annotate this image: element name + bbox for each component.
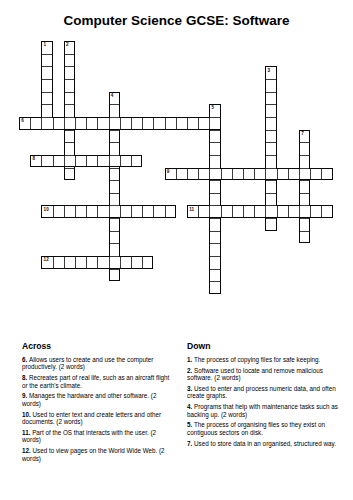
cell-r5-c22[interactable] bbox=[265, 104, 276, 117]
clue-number-label: 2. bbox=[187, 367, 194, 374]
clue-2: 2. Software used to locate and remove ma… bbox=[187, 367, 345, 382]
cell-r9-c2[interactable] bbox=[41, 155, 52, 168]
clue-number-12: 12 bbox=[44, 258, 49, 263]
clue-number-label: 3. bbox=[187, 385, 194, 392]
cell-r10-c15[interactable] bbox=[187, 168, 198, 181]
cell-r13-c8[interactable] bbox=[109, 205, 120, 218]
cell-r13-c4[interactable] bbox=[64, 205, 75, 218]
cell-r6-c4[interactable] bbox=[64, 117, 75, 130]
cell-r6-c12[interactable] bbox=[153, 117, 164, 130]
clue-number-label: 9. bbox=[22, 392, 29, 399]
cell-r11-c8[interactable] bbox=[109, 180, 120, 193]
clue-number-9: 9 bbox=[167, 170, 170, 175]
cell-r13-c3[interactable] bbox=[53, 205, 64, 218]
cell-r6-c13[interactable] bbox=[165, 117, 176, 130]
cell-r10-c14[interactable] bbox=[176, 168, 187, 181]
cell-r13-c26[interactable] bbox=[310, 205, 321, 218]
cell-r16-c17[interactable] bbox=[209, 243, 220, 256]
clue-number-label: 11. bbox=[22, 429, 32, 436]
cell-r10-c16[interactable] bbox=[198, 168, 209, 181]
clue-number-8: 8 bbox=[32, 157, 35, 162]
clue-10: 10. Used to enter text and create letter… bbox=[22, 411, 175, 426]
cell-r10-c17[interactable] bbox=[209, 168, 220, 181]
cell-r6-c7[interactable] bbox=[97, 117, 108, 130]
crossword-grid: 123456789101112 bbox=[0, 0, 353, 310]
cell-r17-c8[interactable] bbox=[109, 256, 120, 269]
cell-r6-c9[interactable] bbox=[120, 117, 131, 130]
cell-r3-c4[interactable] bbox=[64, 79, 75, 92]
cell-r6-c22[interactable] bbox=[265, 117, 276, 130]
cell-r17-c4[interactable] bbox=[64, 256, 75, 269]
cell-r17-c6[interactable] bbox=[86, 256, 97, 269]
cell-r6-c8[interactable] bbox=[109, 117, 120, 130]
clue-number-label: 8. bbox=[22, 374, 29, 381]
cell-r14-c22[interactable] bbox=[265, 218, 276, 231]
cell-r10-c26[interactable] bbox=[310, 168, 321, 181]
cell-r6-c14[interactable] bbox=[176, 117, 187, 130]
clue-12: 12. Used to view pages on the World Wide… bbox=[22, 447, 175, 462]
cell-r17-c17[interactable] bbox=[209, 256, 220, 269]
clue-number-5: 5 bbox=[212, 106, 215, 111]
cell-r7-c17[interactable] bbox=[209, 130, 220, 143]
cell-r10-c8[interactable] bbox=[109, 168, 120, 181]
clue-5: 5. The process of organising files so th… bbox=[187, 421, 345, 436]
cell-r13-c21[interactable] bbox=[254, 205, 265, 218]
cell-r13-c19[interactable] bbox=[232, 205, 243, 218]
cell-r13-c11[interactable] bbox=[142, 205, 153, 218]
cell-r13-c9[interactable] bbox=[120, 205, 131, 218]
cell-r6-c15[interactable] bbox=[187, 117, 198, 130]
clue-number-1: 1 bbox=[44, 43, 47, 48]
cell-r6-c6[interactable] bbox=[86, 117, 97, 130]
cell-r9-c5[interactable] bbox=[75, 155, 86, 168]
cell-r6-c16[interactable] bbox=[198, 117, 209, 130]
clue-number-6: 6 bbox=[21, 119, 24, 124]
cell-r9-c8[interactable] bbox=[109, 155, 120, 168]
cell-r5-c4[interactable] bbox=[64, 104, 75, 117]
cell-r6-c1[interactable] bbox=[30, 117, 41, 130]
cell-r3-c22[interactable] bbox=[265, 79, 276, 92]
clue-number-11: 11 bbox=[189, 208, 194, 213]
cell-r6-c3[interactable] bbox=[53, 117, 64, 130]
clue-9: 9. Manages the hardware and other softwa… bbox=[22, 392, 175, 407]
cell-r6-c2[interactable] bbox=[41, 117, 52, 130]
cell-r13-c24[interactable] bbox=[288, 205, 299, 218]
cell-r2-c2[interactable] bbox=[41, 66, 52, 79]
down-clue-list: 1. The process of copying files for safe… bbox=[187, 356, 345, 447]
cell-r17-c3[interactable] bbox=[53, 256, 64, 269]
clue-number-7: 7 bbox=[301, 132, 304, 137]
cell-r18-c17[interactable] bbox=[209, 269, 220, 282]
cell-r13-c23[interactable] bbox=[277, 205, 288, 218]
cell-r5-c8[interactable] bbox=[109, 104, 120, 117]
cell-r10-c20[interactable] bbox=[243, 168, 254, 181]
cell-r13-c12[interactable] bbox=[153, 205, 164, 218]
cell-r11-c17[interactable] bbox=[209, 180, 220, 193]
clue-7: 7. Used to store data in an organised, s… bbox=[187, 440, 345, 448]
cell-r19-c17[interactable] bbox=[209, 281, 220, 294]
clue-11: 11. Part of the OS that interacts with t… bbox=[22, 429, 175, 444]
cell-r8-c8[interactable] bbox=[109, 142, 120, 155]
cell-r18-c8[interactable] bbox=[109, 269, 120, 282]
clue-number-10: 10 bbox=[44, 208, 49, 213]
cell-r10-c4[interactable] bbox=[64, 168, 75, 181]
cell-r8-c25[interactable] bbox=[299, 142, 310, 155]
cell-r14-c8[interactable] bbox=[109, 218, 120, 231]
cell-r10-c27[interactable] bbox=[321, 168, 332, 181]
cell-r10-c21[interactable] bbox=[254, 168, 265, 181]
cell-r6-c10[interactable] bbox=[131, 117, 142, 130]
cell-r8-c22[interactable] bbox=[265, 142, 276, 155]
cell-r12-c17[interactable] bbox=[209, 193, 220, 206]
cell-r9-c3[interactable] bbox=[53, 155, 64, 168]
cell-r13-c22[interactable] bbox=[265, 205, 276, 218]
cell-r9-c7[interactable] bbox=[97, 155, 108, 168]
cell-r10-c18[interactable] bbox=[221, 168, 232, 181]
clue-3: 3. Used to enter and process numeric dat… bbox=[187, 385, 345, 400]
cell-r10-c25[interactable] bbox=[299, 168, 310, 181]
cell-r10-c19[interactable] bbox=[232, 168, 243, 181]
cell-r7-c22[interactable] bbox=[265, 130, 276, 143]
cell-r8-c4[interactable] bbox=[64, 142, 75, 155]
cell-r9-c17[interactable] bbox=[209, 155, 220, 168]
cell-r12-c25[interactable] bbox=[299, 193, 310, 206]
cell-r1-c4[interactable] bbox=[64, 54, 75, 67]
cell-r10-c23[interactable] bbox=[277, 168, 288, 181]
cell-r13-c7[interactable] bbox=[97, 205, 108, 218]
cell-r9-c22[interactable] bbox=[265, 155, 276, 168]
cell-r1-c2[interactable] bbox=[41, 54, 52, 67]
cell-r13-c17[interactable] bbox=[209, 205, 220, 218]
across-header: Across bbox=[22, 341, 175, 351]
cell-r13-c10[interactable] bbox=[131, 205, 142, 218]
cell-r15-c25[interactable] bbox=[299, 231, 310, 244]
across-clue-list: 6. Allows users to create and use the co… bbox=[22, 356, 175, 463]
clue-number-label: 1. bbox=[187, 356, 194, 363]
cell-r6-c17[interactable] bbox=[209, 117, 220, 130]
cell-r17-c11[interactable] bbox=[142, 256, 153, 269]
cell-r11-c22[interactable] bbox=[265, 180, 276, 193]
cell-r3-c2[interactable] bbox=[41, 79, 52, 92]
clue-number-2: 2 bbox=[66, 43, 69, 48]
clue-number-label: 7. bbox=[187, 440, 194, 447]
clue-number-label: 10. bbox=[22, 411, 33, 418]
cell-r13-c5[interactable] bbox=[75, 205, 86, 218]
clue-number-label: 5. bbox=[187, 421, 194, 428]
cell-r6-c5[interactable] bbox=[75, 117, 86, 130]
cell-r7-c8[interactable] bbox=[109, 130, 120, 143]
cell-r13-c16[interactable] bbox=[198, 205, 209, 218]
cell-r9-c9[interactable] bbox=[120, 155, 131, 168]
clue-number-label: 4. bbox=[187, 403, 194, 410]
cell-r13-c25[interactable] bbox=[299, 205, 310, 218]
cell-r13-c6[interactable] bbox=[86, 205, 97, 218]
cell-r9-c25[interactable] bbox=[299, 155, 310, 168]
cell-r4-c2[interactable] bbox=[41, 92, 52, 105]
cell-r6-c11[interactable] bbox=[142, 117, 153, 130]
cell-r11-c25[interactable] bbox=[299, 180, 310, 193]
cell-r8-c17[interactable] bbox=[209, 142, 220, 155]
cell-r7-c4[interactable] bbox=[64, 130, 75, 143]
cell-r13-c18[interactable] bbox=[221, 205, 232, 218]
cell-r13-c13[interactable] bbox=[165, 205, 176, 218]
cell-r4-c4[interactable] bbox=[64, 92, 75, 105]
cell-r2-c4[interactable] bbox=[64, 66, 75, 79]
cell-r10-c22[interactable] bbox=[265, 168, 276, 181]
clue-8: 8. Recreates part of real life, such as … bbox=[22, 374, 175, 389]
cell-r13-c27[interactable] bbox=[321, 205, 332, 218]
down-clues-section: Down 1. The process of copying files for… bbox=[187, 341, 345, 450]
cell-r12-c8[interactable] bbox=[109, 193, 120, 206]
cell-r5-c2[interactable] bbox=[41, 104, 52, 117]
cell-r17-c9[interactable] bbox=[120, 256, 131, 269]
cell-r4-c22[interactable] bbox=[265, 92, 276, 105]
clue-1: 1. The process of copying files for safe… bbox=[187, 356, 345, 364]
cell-r10-c24[interactable] bbox=[288, 168, 299, 181]
cell-r12-c22[interactable] bbox=[265, 193, 276, 206]
cell-r17-c7[interactable] bbox=[97, 256, 108, 269]
cell-r14-c25[interactable] bbox=[299, 218, 310, 231]
across-clues-section: Across 6. Allows users to create and use… bbox=[22, 341, 175, 466]
cell-r15-c8[interactable] bbox=[109, 231, 120, 244]
clue-number-4: 4 bbox=[111, 94, 114, 99]
cell-r14-c17[interactable] bbox=[209, 218, 220, 231]
cell-r9-c6[interactable] bbox=[86, 155, 97, 168]
clue-6: 6. Allows users to create and use the co… bbox=[22, 356, 175, 371]
cell-r15-c17[interactable] bbox=[209, 231, 220, 244]
clue-number-label: 6. bbox=[22, 356, 29, 363]
clue-number-label: 12. bbox=[22, 447, 33, 454]
cell-r9-c4[interactable] bbox=[64, 155, 75, 168]
cell-r17-c5[interactable] bbox=[75, 256, 86, 269]
cell-r9-c10[interactable] bbox=[131, 155, 142, 168]
clue-number-3: 3 bbox=[268, 69, 271, 74]
down-header: Down bbox=[187, 341, 345, 351]
cell-r13-c20[interactable] bbox=[243, 205, 254, 218]
clue-4: 4. Programs that help with maintenance t… bbox=[187, 403, 345, 418]
cell-r16-c8[interactable] bbox=[109, 243, 120, 256]
cell-r17-c10[interactable] bbox=[131, 256, 142, 269]
